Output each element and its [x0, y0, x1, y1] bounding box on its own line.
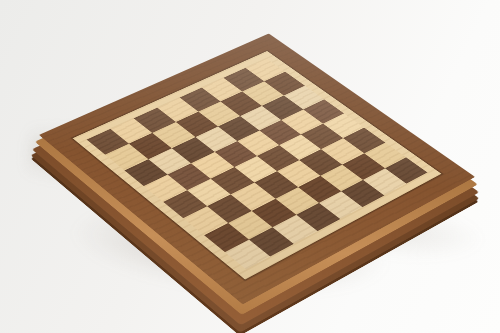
square-h6 — [341, 180, 384, 207]
square-e3 — [211, 167, 254, 194]
square-g2 — [228, 210, 273, 239]
square-f2 — [208, 194, 252, 222]
square-d1 — [144, 174, 188, 202]
square-e4 — [234, 156, 277, 183]
square-e1 — [163, 190, 207, 218]
board-top-face — [39, 33, 475, 304]
square-b1 — [105, 144, 148, 170]
square-f4 — [254, 171, 297, 198]
square-d2 — [168, 163, 211, 190]
square-g5 — [298, 175, 341, 202]
square-c1 — [124, 159, 167, 186]
square-h3 — [273, 215, 318, 244]
square-g6 — [320, 164, 363, 191]
square-g1 — [204, 223, 249, 252]
square-g3 — [252, 199, 296, 227]
square-f3 — [231, 183, 275, 211]
square-h5 — [319, 191, 363, 219]
square-d3 — [191, 152, 234, 179]
square-h1 — [225, 239, 271, 269]
square-f1 — [183, 206, 228, 235]
square-h2 — [249, 227, 294, 256]
chessboard — [39, 33, 475, 304]
square-g4 — [275, 187, 319, 215]
square-c2 — [148, 148, 191, 175]
square-f5 — [277, 160, 320, 187]
square-h4 — [296, 203, 340, 231]
square-e2 — [187, 179, 231, 207]
square-h7 — [363, 168, 406, 195]
product-photo-backdrop — [0, 0, 500, 333]
